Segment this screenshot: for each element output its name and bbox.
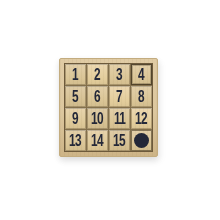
tile-number: 10 [91, 111, 103, 127]
blank-dot-tile[interactable] [131, 130, 152, 151]
black-dot [134, 133, 149, 148]
tile-9[interactable]: 9 [65, 108, 86, 129]
tile-11[interactable]: 11 [109, 108, 130, 129]
tile-number: 6 [94, 89, 100, 105]
tile-5[interactable]: 5 [65, 86, 86, 107]
puzzle-grid: 123456789101112131415 [65, 64, 152, 151]
tile-7[interactable]: 7 [109, 86, 130, 107]
tile-number: 8 [138, 89, 144, 105]
tile-4[interactable]: 4 [131, 64, 152, 85]
tile-number: 14 [91, 133, 103, 149]
puzzle-tray-frame: 123456789101112131415 [59, 58, 158, 157]
tile-2[interactable]: 2 [87, 64, 108, 85]
tile-number: 1 [72, 67, 78, 83]
tile-1[interactable]: 1 [65, 64, 86, 85]
tile-12[interactable]: 12 [131, 108, 152, 129]
tile-8[interactable]: 8 [131, 86, 152, 107]
tile-number: 15 [113, 133, 125, 149]
tile-6[interactable]: 6 [87, 86, 108, 107]
tile-3[interactable]: 3 [109, 64, 130, 85]
tile-number: 7 [116, 89, 122, 105]
tile-number: 2 [94, 67, 100, 83]
tile-15[interactable]: 15 [109, 130, 130, 151]
tile-number: 9 [72, 111, 78, 127]
tile-number: 3 [116, 67, 122, 83]
tile-number: 11 [114, 111, 125, 127]
tile-number: 12 [135, 111, 147, 127]
tile-number: 13 [69, 133, 81, 149]
tile-number: 4 [138, 67, 144, 83]
photo-background: 123456789101112131415 [0, 0, 220, 220]
tile-10[interactable]: 10 [87, 108, 108, 129]
tile-13[interactable]: 13 [65, 130, 86, 151]
tile-number: 5 [72, 89, 78, 105]
tile-14[interactable]: 14 [87, 130, 108, 151]
